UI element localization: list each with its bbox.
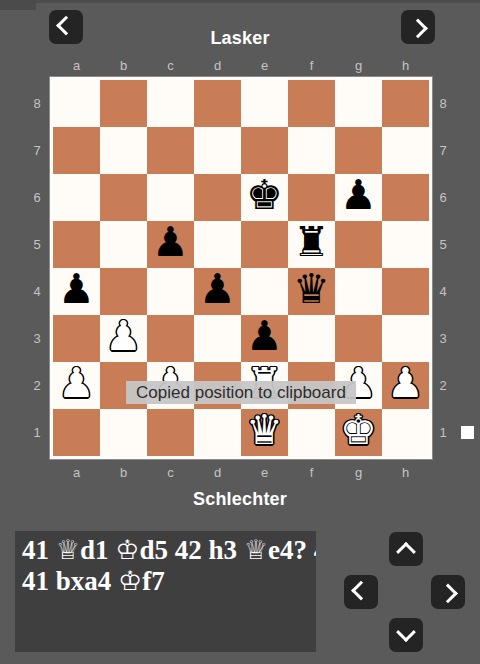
coord-label-h: h (382, 58, 429, 75)
square-g8 (335, 80, 382, 127)
black-pawn-piece: ♟ (58, 269, 95, 310)
square-a4: ♟ (53, 268, 100, 315)
square-g1: ♚ (335, 409, 382, 456)
square-h2: ♟ (382, 362, 429, 409)
coord-label-1: 1 (434, 409, 452, 456)
square-e8 (241, 80, 288, 127)
square-d7 (194, 127, 241, 174)
coord-label-5: 5 (28, 221, 46, 268)
rank-labels-left: 87654321 (28, 80, 46, 456)
coord-label-2: 2 (28, 362, 46, 409)
step-back-button[interactable] (344, 575, 378, 609)
square-g4 (335, 268, 382, 315)
square-e4 (241, 268, 288, 315)
white-king-piece: ♚ (340, 410, 377, 451)
square-h1 (382, 409, 429, 456)
coord-label-h: h (382, 465, 429, 482)
coord-label-f: f (288, 465, 335, 482)
coord-label-4: 4 (434, 268, 452, 315)
top-left-patch (0, 0, 36, 10)
coord-label-2: 2 (434, 362, 452, 409)
toast-message: Copied position to clipboard (126, 381, 356, 404)
square-f8 (288, 80, 335, 127)
square-h5 (382, 221, 429, 268)
square-c7 (147, 127, 194, 174)
black-rook-piece: ♜ (293, 222, 330, 263)
square-c8 (147, 80, 194, 127)
square-e5 (241, 221, 288, 268)
white-queen-piece: ♛ (246, 410, 283, 451)
coord-label-8: 8 (28, 80, 46, 127)
black-king-piece: ♚ (246, 175, 283, 216)
coord-label-a: a (53, 58, 100, 75)
black-pawn-piece: ♟ (246, 316, 283, 357)
step-forward-button[interactable] (431, 575, 465, 609)
square-b6 (100, 174, 147, 221)
coord-label-a: a (53, 465, 100, 482)
square-f4: ♛ (288, 268, 335, 315)
square-h7 (382, 127, 429, 174)
coord-label-6: 6 (28, 174, 46, 221)
black-pawn-piece: ♟ (199, 269, 236, 310)
coord-label-g: g (335, 58, 382, 75)
coord-label-6: 6 (434, 174, 452, 221)
square-g3 (335, 315, 382, 362)
square-a2: ♟ (53, 362, 100, 409)
square-h4 (382, 268, 429, 315)
white-pawn-piece: ♟ (387, 363, 424, 404)
chevron-up-icon (396, 542, 416, 562)
square-g6: ♟ (335, 174, 382, 221)
square-b1 (100, 409, 147, 456)
square-e6: ♚ (241, 174, 288, 221)
top-strip (0, 0, 480, 3)
white-pawn-piece: ♟ (105, 316, 142, 357)
chevron-down-icon (396, 622, 416, 642)
square-e7 (241, 127, 288, 174)
square-a7 (53, 127, 100, 174)
square-a1 (53, 409, 100, 456)
square-b3: ♟ (100, 315, 147, 362)
coord-label-1: 1 (28, 409, 46, 456)
square-b4 (100, 268, 147, 315)
square-a6 (53, 174, 100, 221)
square-f7 (288, 127, 335, 174)
square-c4 (147, 268, 194, 315)
square-h8 (382, 80, 429, 127)
side-to-move-indicator (461, 426, 474, 439)
coord-label-7: 7 (434, 127, 452, 174)
coord-label-c: c (147, 465, 194, 482)
player-bottom-name: Schlechter (0, 489, 480, 510)
coord-label-c: c (147, 58, 194, 75)
coord-label-d: d (194, 58, 241, 75)
square-a8 (53, 80, 100, 127)
moves-line-1: 41 ♕d1 ♔d5 42 h3 ♕e4? 43 ♕ (22, 535, 316, 566)
coord-label-g: g (335, 465, 382, 482)
file-labels-bottom: abcdefgh (53, 465, 429, 482)
coord-label-e: e (241, 465, 288, 482)
square-f5: ♜ (288, 221, 335, 268)
next-game-button[interactable] (401, 10, 435, 44)
square-d6 (194, 174, 241, 221)
white-pawn-piece: ♟ (58, 363, 95, 404)
coord-label-b: b (100, 465, 147, 482)
coord-label-8: 8 (434, 80, 452, 127)
square-d3 (194, 315, 241, 362)
chevron-left-icon (351, 581, 371, 601)
square-c5: ♟ (147, 221, 194, 268)
square-e3: ♟ (241, 315, 288, 362)
square-c6 (147, 174, 194, 221)
square-g5 (335, 221, 382, 268)
square-g7 (335, 127, 382, 174)
coord-label-e: e (241, 58, 288, 75)
square-d5 (194, 221, 241, 268)
square-c1 (147, 409, 194, 456)
coord-label-4: 4 (28, 268, 46, 315)
square-a5 (53, 221, 100, 268)
moves-line-2: 41 bxa4 ♔f7 (22, 566, 316, 597)
square-d4: ♟ (194, 268, 241, 315)
black-pawn-piece: ♟ (340, 175, 377, 216)
coord-label-5: 5 (434, 221, 452, 268)
scroll-down-button[interactable] (389, 618, 423, 652)
rank-labels-right: 87654321 (434, 80, 452, 456)
square-a3 (53, 315, 100, 362)
square-e1: ♛ (241, 409, 288, 456)
coord-label-f: f (288, 58, 335, 75)
scroll-up-button[interactable] (389, 532, 423, 566)
square-h3 (382, 315, 429, 362)
square-f3 (288, 315, 335, 362)
square-d8 (194, 80, 241, 127)
file-labels-top: abcdefgh (53, 58, 429, 75)
square-h6 (382, 174, 429, 221)
square-f6 (288, 174, 335, 221)
coord-label-3: 3 (28, 315, 46, 362)
square-b5 (100, 221, 147, 268)
square-c3 (147, 315, 194, 362)
coord-label-7: 7 (28, 127, 46, 174)
black-pawn-piece: ♟ (152, 222, 189, 263)
coord-label-3: 3 (434, 315, 452, 362)
moves-panel: 41 ♕d1 ♔d5 42 h3 ♕e4? 43 ♕ 41 bxa4 ♔f7 (15, 531, 316, 652)
square-b7 (100, 127, 147, 174)
coord-label-b: b (100, 58, 147, 75)
chevron-right-icon (408, 19, 428, 39)
square-f1 (288, 409, 335, 456)
square-d1 (194, 409, 241, 456)
chevron-right-icon (438, 584, 458, 604)
black-queen-piece: ♛ (293, 269, 330, 310)
coord-label-d: d (194, 465, 241, 482)
square-b8 (100, 80, 147, 127)
